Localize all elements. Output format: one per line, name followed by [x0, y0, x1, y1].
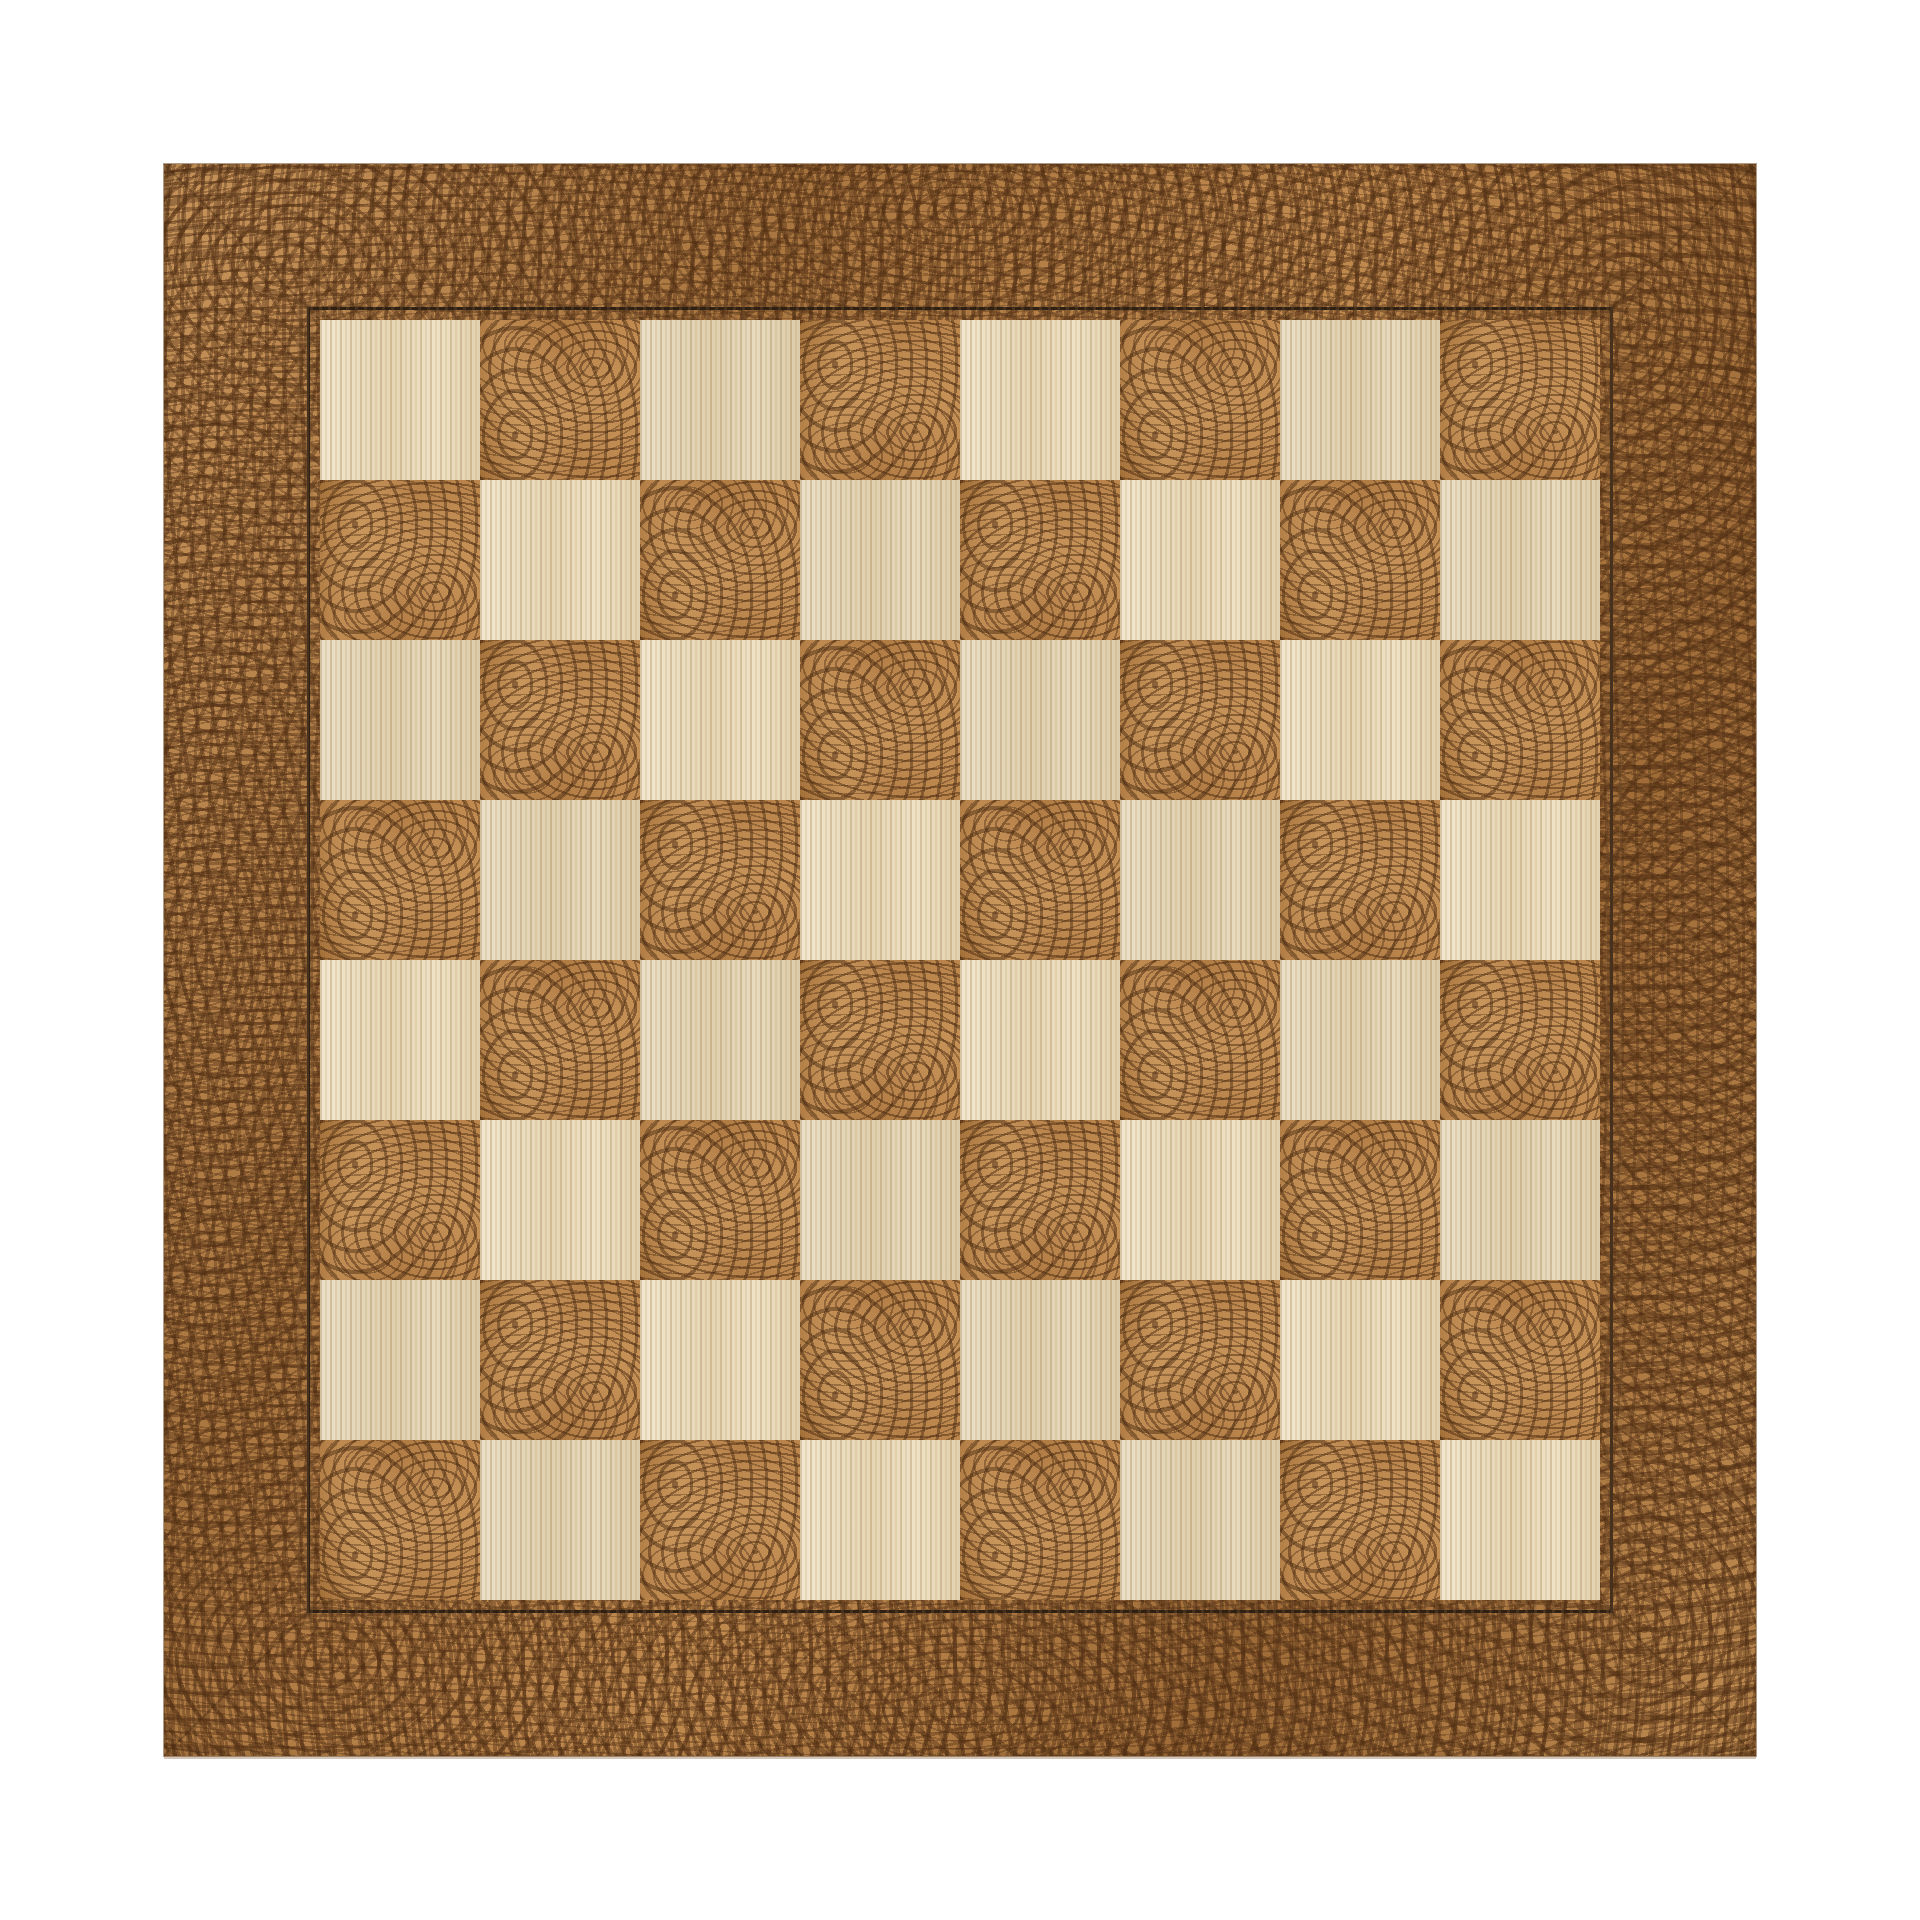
- square-a8[interactable]: [320, 320, 480, 480]
- square-g1[interactable]: [1280, 1440, 1440, 1600]
- square-a4[interactable]: [320, 960, 480, 1120]
- square-f8[interactable]: [1120, 320, 1280, 480]
- square-c2[interactable]: [640, 1280, 800, 1440]
- square-e6[interactable]: [960, 640, 1120, 800]
- square-h7[interactable]: [1440, 480, 1600, 640]
- square-g4[interactable]: [1280, 960, 1440, 1120]
- square-f2[interactable]: [1120, 1280, 1280, 1440]
- square-b8[interactable]: [480, 320, 640, 480]
- square-d6[interactable]: [800, 640, 960, 800]
- frame-miter-top-left: [164, 164, 320, 320]
- square-f3[interactable]: [1120, 1120, 1280, 1280]
- square-d5[interactable]: [800, 800, 960, 960]
- square-e7[interactable]: [960, 480, 1120, 640]
- square-b3[interactable]: [480, 1120, 640, 1280]
- square-h4[interactable]: [1440, 960, 1600, 1120]
- square-b1[interactable]: [480, 1440, 640, 1600]
- square-b2[interactable]: [480, 1280, 640, 1440]
- square-d8[interactable]: [800, 320, 960, 480]
- square-c1[interactable]: [640, 1440, 800, 1600]
- square-b5[interactable]: [480, 800, 640, 960]
- square-b4[interactable]: [480, 960, 640, 1120]
- square-d4[interactable]: [800, 960, 960, 1120]
- square-d1[interactable]: [800, 1440, 960, 1600]
- square-e5[interactable]: [960, 800, 1120, 960]
- square-e4[interactable]: [960, 960, 1120, 1120]
- playing-area: [320, 320, 1600, 1600]
- square-f6[interactable]: [1120, 640, 1280, 800]
- square-h1[interactable]: [1440, 1440, 1600, 1600]
- square-h6[interactable]: [1440, 640, 1600, 800]
- square-f1[interactable]: [1120, 1440, 1280, 1600]
- square-e2[interactable]: [960, 1280, 1120, 1440]
- square-a3[interactable]: [320, 1120, 480, 1280]
- square-c8[interactable]: [640, 320, 800, 480]
- square-c5[interactable]: [640, 800, 800, 960]
- square-h5[interactable]: [1440, 800, 1600, 960]
- square-g5[interactable]: [1280, 800, 1440, 960]
- square-a6[interactable]: [320, 640, 480, 800]
- square-a1[interactable]: [320, 1440, 480, 1600]
- square-b6[interactable]: [480, 640, 640, 800]
- square-g8[interactable]: [1280, 320, 1440, 480]
- square-d3[interactable]: [800, 1120, 960, 1280]
- frame-miter-top-right: [1600, 164, 1756, 320]
- square-g6[interactable]: [1280, 640, 1440, 800]
- square-h8[interactable]: [1440, 320, 1600, 480]
- frame-miter-bottom-right: [1600, 1600, 1756, 1756]
- square-f5[interactable]: [1120, 800, 1280, 960]
- square-g2[interactable]: [1280, 1280, 1440, 1440]
- square-c7[interactable]: [640, 480, 800, 640]
- square-a2[interactable]: [320, 1280, 480, 1440]
- chessboard: [164, 164, 1756, 1756]
- square-h2[interactable]: [1440, 1280, 1600, 1440]
- square-a5[interactable]: [320, 800, 480, 960]
- square-d7[interactable]: [800, 480, 960, 640]
- square-a7[interactable]: [320, 480, 480, 640]
- square-c6[interactable]: [640, 640, 800, 800]
- square-e8[interactable]: [960, 320, 1120, 480]
- square-h3[interactable]: [1440, 1120, 1600, 1280]
- square-g7[interactable]: [1280, 480, 1440, 640]
- square-c4[interactable]: [640, 960, 800, 1120]
- square-b7[interactable]: [480, 480, 640, 640]
- square-f4[interactable]: [1120, 960, 1280, 1120]
- square-e1[interactable]: [960, 1440, 1120, 1600]
- square-f7[interactable]: [1120, 480, 1280, 640]
- square-e3[interactable]: [960, 1120, 1120, 1280]
- square-c3[interactable]: [640, 1120, 800, 1280]
- square-g3[interactable]: [1280, 1120, 1440, 1280]
- frame-miter-bottom-left: [164, 1600, 320, 1756]
- square-d2[interactable]: [800, 1280, 960, 1440]
